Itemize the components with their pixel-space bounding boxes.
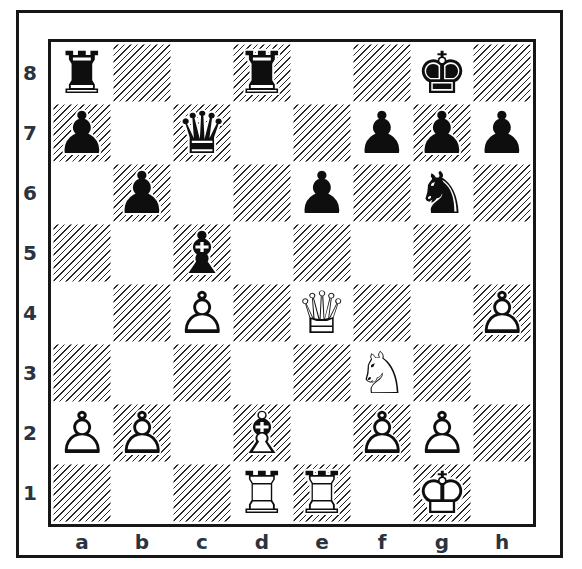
black-pawn-icon-g7[interactable]: ♟ bbox=[412, 103, 472, 163]
black-rook-icon-d8[interactable]: ♜ bbox=[232, 43, 292, 103]
square-c4[interactable]: ♟♙ bbox=[172, 283, 232, 343]
square-d7[interactable] bbox=[232, 103, 292, 163]
black-pawn-icon-a7[interactable]: ♟ bbox=[52, 103, 112, 163]
rank-label-3: 3 bbox=[19, 343, 41, 403]
square-d6[interactable] bbox=[232, 163, 292, 223]
square-a3[interactable] bbox=[52, 343, 112, 403]
file-label-c: c bbox=[172, 531, 232, 553]
square-c2[interactable] bbox=[172, 403, 232, 463]
square-d4[interactable] bbox=[232, 283, 292, 343]
square-h2[interactable] bbox=[472, 403, 532, 463]
square-b1[interactable] bbox=[112, 463, 172, 523]
rank-label-6: 6 bbox=[19, 163, 41, 223]
white-pawn-icon-b2[interactable]: ♙ bbox=[112, 403, 172, 463]
square-h3[interactable] bbox=[472, 343, 532, 403]
rank-label-7: 7 bbox=[19, 103, 41, 163]
square-g3[interactable] bbox=[412, 343, 472, 403]
square-b2[interactable]: ♟♙ bbox=[112, 403, 172, 463]
square-f5[interactable] bbox=[352, 223, 412, 283]
white-pawn-icon-c4[interactable]: ♙ bbox=[172, 283, 232, 343]
white-pawn-icon-g2[interactable]: ♙ bbox=[412, 403, 472, 463]
square-a4[interactable] bbox=[52, 283, 112, 343]
square-c5[interactable]: ♝♝ bbox=[172, 223, 232, 283]
square-e3[interactable] bbox=[292, 343, 352, 403]
square-g6[interactable]: ♞♞ bbox=[412, 163, 472, 223]
white-pawn-icon-h4[interactable]: ♙ bbox=[472, 283, 532, 343]
square-a8[interactable]: ♜♜ bbox=[52, 43, 112, 103]
square-f1[interactable] bbox=[352, 463, 412, 523]
rank-label-8: 8 bbox=[19, 43, 41, 103]
file-label-d: d bbox=[232, 531, 292, 553]
black-pawn-icon-f7[interactable]: ♟ bbox=[352, 103, 412, 163]
square-h7[interactable]: ♟♟ bbox=[472, 103, 532, 163]
rank-label-5: 5 bbox=[19, 223, 41, 283]
square-d1[interactable]: ♜♖ bbox=[232, 463, 292, 523]
square-g8[interactable]: ♚♚ bbox=[412, 43, 472, 103]
square-c1[interactable] bbox=[172, 463, 232, 523]
square-c7[interactable]: ♛♛ bbox=[172, 103, 232, 163]
white-rook-icon-d1[interactable]: ♖ bbox=[232, 463, 292, 523]
square-f6[interactable] bbox=[352, 163, 412, 223]
square-g2[interactable]: ♟♙ bbox=[412, 403, 472, 463]
file-label-g: g bbox=[412, 531, 472, 553]
square-a7[interactable]: ♟♟ bbox=[52, 103, 112, 163]
black-pawn-icon-b6[interactable]: ♟ bbox=[112, 163, 172, 223]
square-f2[interactable]: ♟♙ bbox=[352, 403, 412, 463]
square-d3[interactable] bbox=[232, 343, 292, 403]
square-e6[interactable]: ♟♟ bbox=[292, 163, 352, 223]
black-king-icon-g8[interactable]: ♚ bbox=[412, 43, 472, 103]
square-b6[interactable]: ♟♟ bbox=[112, 163, 172, 223]
square-f8[interactable] bbox=[352, 43, 412, 103]
white-pawn-icon-f2[interactable]: ♙ bbox=[352, 403, 412, 463]
square-d8[interactable]: ♜♜ bbox=[232, 43, 292, 103]
rank-label-2: 2 bbox=[19, 403, 41, 463]
square-g4[interactable] bbox=[412, 283, 472, 343]
white-pawn-icon-a2[interactable]: ♙ bbox=[52, 403, 112, 463]
file-label-h: h bbox=[472, 531, 532, 553]
square-c8[interactable] bbox=[172, 43, 232, 103]
file-labels: abcdefgh bbox=[52, 531, 532, 553]
square-e5[interactable] bbox=[292, 223, 352, 283]
square-a1[interactable] bbox=[52, 463, 112, 523]
rank-labels: 87654321 bbox=[19, 43, 41, 523]
square-h5[interactable] bbox=[472, 223, 532, 283]
square-d5[interactable] bbox=[232, 223, 292, 283]
file-label-e: e bbox=[292, 531, 352, 553]
square-f7[interactable]: ♟♟ bbox=[352, 103, 412, 163]
square-b8[interactable] bbox=[112, 43, 172, 103]
square-a5[interactable] bbox=[52, 223, 112, 283]
file-label-b: b bbox=[112, 531, 172, 553]
square-h6[interactable] bbox=[472, 163, 532, 223]
black-pawn-icon-h7[interactable]: ♟ bbox=[472, 103, 532, 163]
rank-label-4: 4 bbox=[19, 283, 41, 343]
square-g1[interactable]: ♚♔ bbox=[412, 463, 472, 523]
file-label-a: a bbox=[52, 531, 112, 553]
white-bishop-icon-d2[interactable]: ♗ bbox=[232, 403, 292, 463]
square-f3[interactable]: ♞♘ bbox=[352, 343, 412, 403]
square-h1[interactable] bbox=[472, 463, 532, 523]
square-a6[interactable] bbox=[52, 163, 112, 223]
square-g7[interactable]: ♟♟ bbox=[412, 103, 472, 163]
white-king-icon-g1[interactable]: ♔ bbox=[412, 463, 472, 523]
square-f4[interactable] bbox=[352, 283, 412, 343]
black-queen-icon-c7[interactable]: ♛ bbox=[172, 103, 232, 163]
square-h4[interactable]: ♟♙ bbox=[472, 283, 532, 343]
square-e4[interactable]: ♛♕ bbox=[292, 283, 352, 343]
white-queen-icon-e4[interactable]: ♕ bbox=[292, 283, 352, 343]
square-c3[interactable] bbox=[172, 343, 232, 403]
square-e7[interactable] bbox=[292, 103, 352, 163]
file-label-f: f bbox=[352, 531, 412, 553]
black-knight-icon-g6[interactable]: ♞ bbox=[412, 163, 472, 223]
square-b4[interactable] bbox=[112, 283, 172, 343]
square-h8[interactable] bbox=[472, 43, 532, 103]
square-a2[interactable]: ♟♙ bbox=[52, 403, 112, 463]
square-e1[interactable]: ♜♖ bbox=[292, 463, 352, 523]
white-rook-icon-e1[interactable]: ♖ bbox=[292, 463, 352, 523]
square-d2[interactable]: ♝♗ bbox=[232, 403, 292, 463]
square-c6[interactable] bbox=[172, 163, 232, 223]
square-b7[interactable] bbox=[112, 103, 172, 163]
square-e2[interactable] bbox=[292, 403, 352, 463]
black-rook-icon-a8[interactable]: ♜ bbox=[52, 43, 112, 103]
white-knight-icon-f3[interactable]: ♘ bbox=[352, 343, 412, 403]
square-b5[interactable] bbox=[112, 223, 172, 283]
square-g5[interactable] bbox=[412, 223, 472, 283]
square-e8[interactable] bbox=[292, 43, 352, 103]
black-bishop-icon-c5[interactable]: ♝ bbox=[172, 223, 232, 283]
square-b3[interactable] bbox=[112, 343, 172, 403]
black-pawn-icon-e6[interactable]: ♟ bbox=[292, 163, 352, 223]
rank-label-1: 1 bbox=[19, 463, 41, 523]
chess-board[interactable]: ♜♜♜♜♚♚♟♟♛♛♟♟♟♟♟♟♟♟♟♟♞♞♝♝♟♙♛♕♟♙♞♘♟♙♟♙♝♗♟♙… bbox=[48, 39, 536, 527]
diagram-frame: 87654321 ♜♜♜♜♚♚♟♟♛♛♟♟♟♟♟♟♟♟♟♟♞♞♝♝♟♙♛♕♟♙♞… bbox=[16, 10, 563, 558]
